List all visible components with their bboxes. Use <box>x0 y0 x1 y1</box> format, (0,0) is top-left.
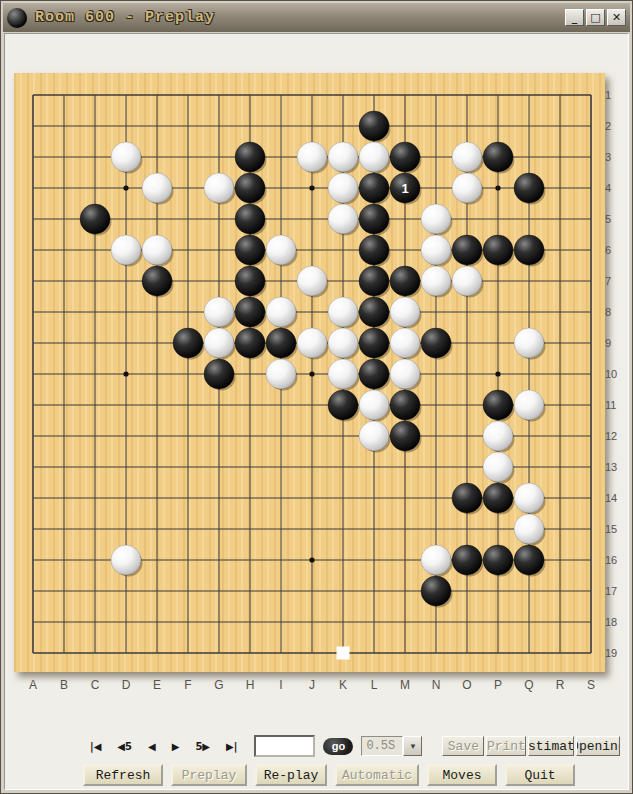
row-label-10: 10 <box>605 368 629 380</box>
column-label-B: B <box>53 678 75 692</box>
save-button[interactable]: Save <box>442 736 484 756</box>
black-stone-Q4[interactable] <box>514 173 544 203</box>
black-stone-L10[interactable] <box>359 359 389 389</box>
column-label-D: D <box>115 678 137 692</box>
white-stone-L11[interactable] <box>359 390 389 420</box>
app-window: Room 600 - Preplay _ □ ✕ 1 ABCDEFGHIJKLM… <box>0 0 633 794</box>
print-button[interactable]: Print <box>486 736 526 756</box>
replay-button[interactable]: Re-play <box>255 764 327 786</box>
square-marker-K19 <box>337 647 350 660</box>
row-label-17: 17 <box>605 585 629 597</box>
white-stone-I6[interactable] <box>266 235 296 265</box>
black-stone-K11[interactable] <box>328 390 358 420</box>
row-label-9: 9 <box>605 337 629 349</box>
column-label-I: I <box>270 678 292 692</box>
white-stone-N16[interactable] <box>421 545 451 575</box>
automatic-button[interactable]: Automatic <box>335 764 419 786</box>
column-label-Q: Q <box>518 678 540 692</box>
black-stone-H6[interactable] <box>235 235 265 265</box>
white-stone-N7[interactable] <box>421 266 451 296</box>
black-stone-P14[interactable] <box>483 483 513 513</box>
move-number-input[interactable] <box>254 735 315 757</box>
preplay-button[interactable]: Preplay <box>171 764 247 786</box>
row-label-14: 14 <box>605 492 629 504</box>
move-number-label: 1 <box>401 181 408 196</box>
black-stone-I9[interactable] <box>266 328 296 358</box>
column-label-P: P <box>487 678 509 692</box>
white-stone-K4[interactable] <box>328 173 358 203</box>
star-point-J4 <box>309 185 314 190</box>
white-stone-J3[interactable] <box>297 142 327 172</box>
black-stone-M11[interactable] <box>390 390 420 420</box>
title-bar[interactable]: Room 600 - Preplay _ □ ✕ <box>3 3 630 32</box>
black-stone-L4[interactable] <box>359 173 389 203</box>
app-icon <box>7 8 27 28</box>
white-stone-Q14[interactable] <box>514 483 544 513</box>
black-stone-M12[interactable] <box>390 421 420 451</box>
minimize-button[interactable]: _ <box>565 9 584 26</box>
white-stone-Q9[interactable] <box>514 328 544 358</box>
white-stone-M9[interactable] <box>390 328 420 358</box>
black-stone-L2[interactable] <box>359 111 389 141</box>
black-stone-O16[interactable] <box>452 545 482 575</box>
white-stone-K3[interactable] <box>328 142 358 172</box>
column-label-F: F <box>177 678 199 692</box>
white-stone-P13[interactable] <box>483 452 513 482</box>
white-stone-Q11[interactable] <box>514 390 544 420</box>
column-label-L: L <box>363 678 385 692</box>
white-stone-N5[interactable] <box>421 204 451 234</box>
black-stone-N9[interactable] <box>421 328 451 358</box>
opening-button[interactable]: Opening <box>576 736 620 756</box>
row-label-2: 2 <box>605 120 629 132</box>
window-title: Room 600 - Preplay <box>35 9 215 26</box>
black-stone-N17[interactable] <box>421 576 451 606</box>
black-stone-L9[interactable] <box>359 328 389 358</box>
white-stone-K10[interactable] <box>328 359 358 389</box>
row-label-11: 11 <box>605 399 629 411</box>
column-label-N: N <box>425 678 447 692</box>
star-point-J10 <box>309 371 314 376</box>
black-stone-H9[interactable] <box>235 328 265 358</box>
black-stone-E7[interactable] <box>142 266 172 296</box>
nav-first-button[interactable]: |◀ <box>85 738 106 755</box>
column-label-M: M <box>394 678 416 692</box>
row-label-8: 8 <box>605 306 629 318</box>
black-stone-M7[interactable] <box>390 266 420 296</box>
white-stone-J9[interactable] <box>297 328 327 358</box>
white-stone-L3[interactable] <box>359 142 389 172</box>
white-stone-I10[interactable] <box>266 359 296 389</box>
close-button[interactable]: ✕ <box>607 9 626 26</box>
white-stone-D16[interactable] <box>111 545 141 575</box>
row-label-13: 13 <box>605 461 629 473</box>
go-board[interactable]: 1 <box>14 73 605 672</box>
window-content: 1 ABCDEFGHIJKLMNOPQRS 123456789101112131… <box>4 33 629 790</box>
moves-button[interactable]: Moves <box>427 764 497 786</box>
white-stone-K8[interactable] <box>328 297 358 327</box>
row-label-12: 12 <box>605 430 629 442</box>
row-label-4: 4 <box>605 182 629 194</box>
black-stone-L7[interactable] <box>359 266 389 296</box>
row-label-16: 16 <box>605 554 629 566</box>
go-board-grid[interactable]: 1 <box>14 73 605 672</box>
row-label-19: 19 <box>605 647 629 659</box>
white-stone-O4[interactable] <box>452 173 482 203</box>
black-stone-H7[interactable] <box>235 266 265 296</box>
white-stone-K5[interactable] <box>328 204 358 234</box>
star-point-D10 <box>123 371 128 376</box>
quit-button[interactable]: Quit <box>505 764 575 786</box>
star-point-D4 <box>123 185 128 190</box>
speed-value: 0.5S <box>361 736 403 756</box>
black-stone-L6[interactable] <box>359 235 389 265</box>
white-stone-D6[interactable] <box>111 235 141 265</box>
white-stone-Q15[interactable] <box>514 514 544 544</box>
column-label-K: K <box>332 678 354 692</box>
action-toolbar: RefreshPreplayRe-playAutomaticMovesQuit <box>5 760 628 790</box>
white-stone-M8[interactable] <box>390 297 420 327</box>
black-stone-H8[interactable] <box>235 297 265 327</box>
nav-back-5-button[interactable]: ◀5 <box>112 738 137 755</box>
black-stone-G10[interactable] <box>204 359 234 389</box>
white-stone-D3[interactable] <box>111 142 141 172</box>
white-stone-G9[interactable] <box>204 328 234 358</box>
white-stone-O7[interactable] <box>452 266 482 296</box>
row-label-3: 3 <box>605 151 629 163</box>
black-stone-C5[interactable] <box>80 204 110 234</box>
black-stone-L8[interactable] <box>359 297 389 327</box>
column-label-A: A <box>22 678 44 692</box>
nav-back-button[interactable]: ◀ <box>143 738 161 755</box>
black-stone-O14[interactable] <box>452 483 482 513</box>
column-label-G: G <box>208 678 230 692</box>
white-stone-O3[interactable] <box>452 142 482 172</box>
refresh-button[interactable]: Refresh <box>83 764 163 786</box>
nav-forward-5-button[interactable]: 5▶ <box>190 738 215 755</box>
white-stone-J7[interactable] <box>297 266 327 296</box>
white-stone-L12[interactable] <box>359 421 389 451</box>
white-stone-K9[interactable] <box>328 328 358 358</box>
nav-forward-button[interactable]: ▶ <box>167 738 185 755</box>
star-point-J16 <box>309 557 314 562</box>
row-label-5: 5 <box>605 213 629 225</box>
black-stone-Q6[interactable] <box>514 235 544 265</box>
white-stone-M10[interactable] <box>390 359 420 389</box>
black-stone-L5[interactable] <box>359 204 389 234</box>
row-label-18: 18 <box>605 616 629 628</box>
white-stone-E4[interactable] <box>142 173 172 203</box>
column-label-J: J <box>301 678 323 692</box>
chevron-down-icon[interactable]: ▼ <box>403 736 422 756</box>
star-point-P10 <box>495 371 500 376</box>
black-stone-P6[interactable] <box>483 235 513 265</box>
black-stone-H5[interactable] <box>235 204 265 234</box>
column-label-E: E <box>146 678 168 692</box>
star-point-P4 <box>495 185 500 190</box>
column-label-S: S <box>580 678 602 692</box>
black-stone-P11[interactable] <box>483 390 513 420</box>
column-label-H: H <box>239 678 261 692</box>
estimate-button[interactable]: Estimate <box>528 736 574 756</box>
row-label-7: 7 <box>605 275 629 287</box>
row-label-6: 6 <box>605 244 629 256</box>
black-stone-F9[interactable] <box>173 328 203 358</box>
row-label-15: 15 <box>605 523 629 535</box>
black-stone-P16[interactable] <box>483 545 513 575</box>
black-stone-H3[interactable] <box>235 142 265 172</box>
white-stone-E6[interactable] <box>142 235 172 265</box>
nav-last-button[interactable]: ▶| <box>221 738 242 755</box>
maximize-button[interactable]: □ <box>586 9 605 26</box>
white-stone-G8[interactable] <box>204 297 234 327</box>
go-button[interactable]: go <box>323 738 353 755</box>
white-stone-P12[interactable] <box>483 421 513 451</box>
column-label-R: R <box>549 678 571 692</box>
speed-select[interactable]: 0.5S ▼ <box>361 736 422 756</box>
black-stone-Q16[interactable] <box>514 545 544 575</box>
black-stone-M3[interactable] <box>390 142 420 172</box>
column-label-C: C <box>84 678 106 692</box>
white-stone-N6[interactable] <box>421 235 451 265</box>
black-stone-H4[interactable] <box>235 173 265 203</box>
replay-toolbar: |◀◀5◀▶5▶▶| go 0.5S ▼ SavePrintEstimateOp… <box>5 732 628 760</box>
row-label-1: 1 <box>605 89 629 101</box>
white-stone-I8[interactable] <box>266 297 296 327</box>
black-stone-O6[interactable] <box>452 235 482 265</box>
column-label-O: O <box>456 678 478 692</box>
black-stone-P3[interactable] <box>483 142 513 172</box>
white-stone-G4[interactable] <box>204 173 234 203</box>
